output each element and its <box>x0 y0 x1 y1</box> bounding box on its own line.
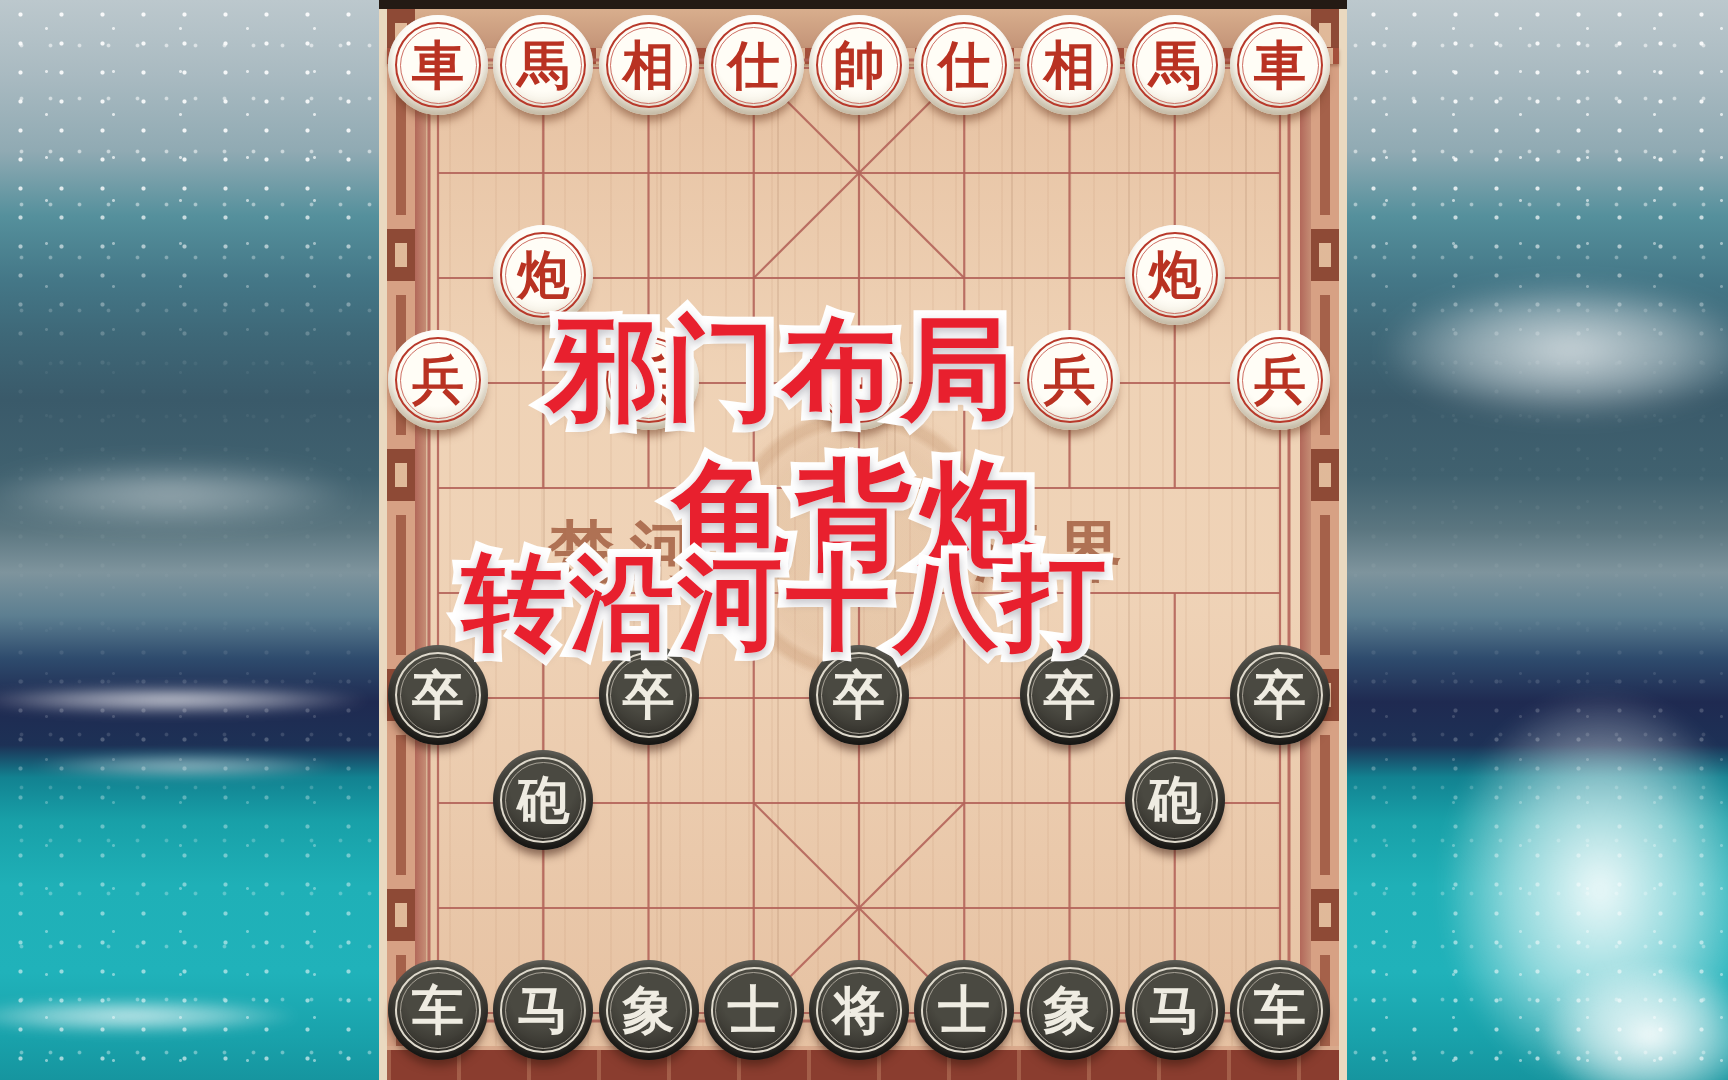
piece-character: 砲 <box>1149 774 1201 826</box>
piece-character: 仕 <box>938 39 990 91</box>
piece-character: 炮 <box>517 249 569 301</box>
piece-black-advisor[interactable]: 士 <box>914 960 1014 1060</box>
piece-red-chariot[interactable]: 車 <box>388 15 488 115</box>
piece-character: 相 <box>1044 39 1096 91</box>
piece-character: 卒 <box>412 669 464 721</box>
piece-red-advisor[interactable]: 仕 <box>704 15 804 115</box>
piece-character: 相 <box>623 39 675 91</box>
piece-red-general[interactable]: 帥 <box>809 15 909 115</box>
piece-character: 仕 <box>728 39 780 91</box>
piece-black-horse[interactable]: 马 <box>493 960 593 1060</box>
piece-character: 馬 <box>1149 39 1201 91</box>
piece-character: 象 <box>623 984 675 1036</box>
piece-character: 砲 <box>517 774 569 826</box>
piece-red-elephant[interactable]: 相 <box>1020 15 1120 115</box>
piece-character: 兵 <box>1254 354 1306 406</box>
piece-red-elephant[interactable]: 相 <box>599 15 699 115</box>
piece-character: 马 <box>517 984 569 1036</box>
piece-character: 帥 <box>833 39 885 91</box>
piece-character: 車 <box>412 39 464 91</box>
piece-red-cannon[interactable]: 炮 <box>1125 225 1225 325</box>
piece-black-soldier[interactable]: 卒 <box>1230 645 1330 745</box>
piece-black-horse[interactable]: 马 <box>1125 960 1225 1060</box>
piece-character: 士 <box>938 984 990 1036</box>
piece-red-soldier[interactable]: 兵 <box>1230 330 1330 430</box>
piece-character: 兵 <box>412 354 464 406</box>
piece-character: 炮 <box>1149 249 1201 301</box>
piece-black-advisor[interactable]: 士 <box>704 960 804 1060</box>
piece-black-elephant[interactable]: 象 <box>599 960 699 1060</box>
piece-red-horse[interactable]: 馬 <box>493 15 593 115</box>
piece-character: 士 <box>728 984 780 1036</box>
piece-character: 象 <box>1044 984 1096 1036</box>
piece-red-horse[interactable]: 馬 <box>1125 15 1225 115</box>
piece-character: 卒 <box>1254 669 1306 721</box>
piece-black-chariot[interactable]: 车 <box>1230 960 1330 1060</box>
piece-black-elephant[interactable]: 象 <box>1020 960 1120 1060</box>
caption-line-3: 转沿河十八打 <box>462 534 1110 674</box>
piece-red-soldier[interactable]: 兵 <box>1020 330 1120 430</box>
piece-black-cannon[interactable]: 砲 <box>1125 750 1225 850</box>
piece-character: 卒 <box>833 669 885 721</box>
piece-character: 将 <box>833 984 885 1036</box>
screenshot-root: 楚河 漢界 車馬相仕帥仕相馬車炮炮兵兵兵兵兵卒卒卒卒卒砲砲车马象士将士象马车 邪… <box>0 0 1728 1080</box>
piece-character: 兵 <box>1044 354 1096 406</box>
piece-black-chariot[interactable]: 车 <box>388 960 488 1060</box>
piece-red-advisor[interactable]: 仕 <box>914 15 1014 115</box>
ocean-foam-streak-left-3 <box>30 754 340 778</box>
piece-character: 车 <box>1254 984 1306 1036</box>
piece-character: 马 <box>1149 984 1201 1036</box>
piece-red-chariot[interactable]: 車 <box>1230 15 1330 115</box>
piece-black-cannon[interactable]: 砲 <box>493 750 593 850</box>
piece-character: 车 <box>412 984 464 1036</box>
piece-red-soldier[interactable]: 兵 <box>388 330 488 430</box>
piece-character: 卒 <box>1044 669 1096 721</box>
caption-line-1: 邪门布局 <box>547 295 1019 446</box>
piece-character: 馬 <box>517 39 569 91</box>
piece-character: 卒 <box>623 669 675 721</box>
piece-black-general[interactable]: 将 <box>809 960 909 1060</box>
piece-character: 車 <box>1254 39 1306 91</box>
